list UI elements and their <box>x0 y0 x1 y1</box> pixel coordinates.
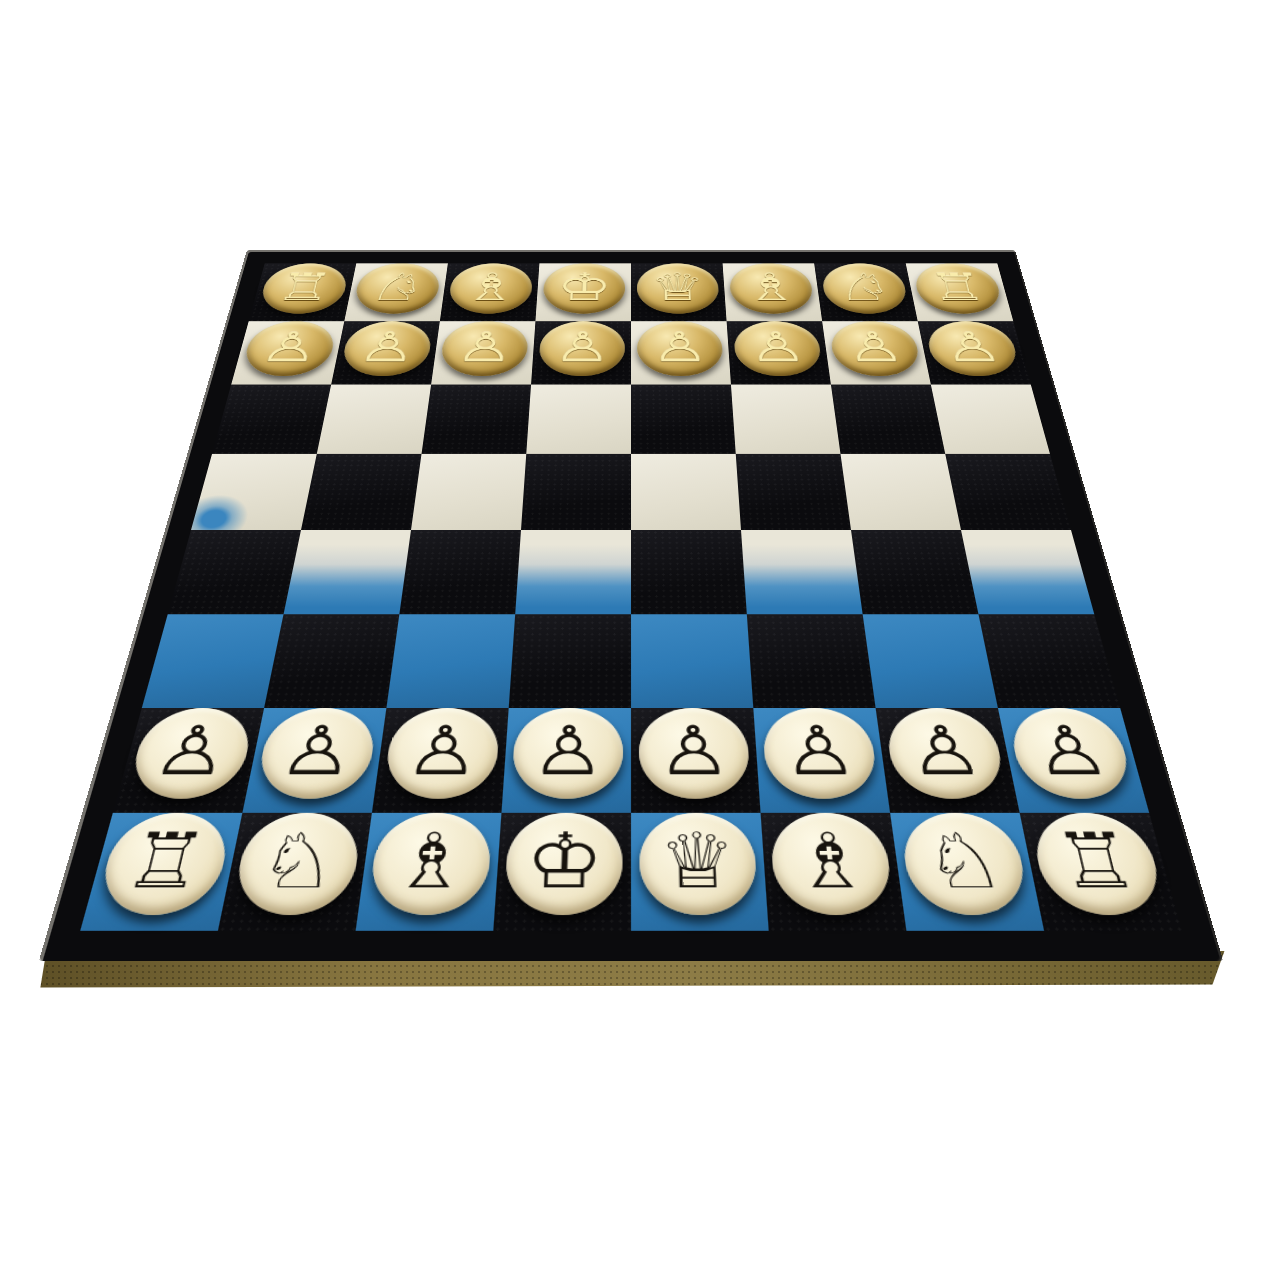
square-c1[interactable]: ♗ <box>356 813 502 931</box>
piece-gold-pawn-c7[interactable]: ♙ <box>439 321 530 376</box>
square-g3[interactable] <box>863 614 998 708</box>
piece-cream-queen-e1[interactable]: ♕ <box>639 813 759 915</box>
gold-bishop-glyph: ♗ <box>461 268 520 306</box>
gold-rook-glyph: ♖ <box>926 268 990 306</box>
square-d5[interactable] <box>521 454 631 530</box>
cream-knight-glyph: ♘ <box>252 823 343 899</box>
cream-pawn-glyph: ♙ <box>1025 717 1115 785</box>
square-d2[interactable]: ♙ <box>501 708 631 813</box>
square-h2[interactable]: ♙ <box>998 708 1149 813</box>
cream-pawn-glyph: ♙ <box>656 717 732 785</box>
cream-bishop-glyph: ♗ <box>788 823 874 899</box>
square-a8[interactable]: ♖ <box>249 263 357 321</box>
cream-pawn-glyph: ♙ <box>274 717 359 785</box>
square-h5[interactable] <box>945 454 1071 530</box>
square-f3[interactable] <box>747 614 876 708</box>
piece-cream-pawn-h2[interactable]: ♙ <box>1006 708 1137 799</box>
square-f6[interactable] <box>731 385 841 454</box>
piece-gold-pawn-h7[interactable]: ♙ <box>924 321 1022 376</box>
cream-bishop-glyph: ♗ <box>388 823 474 899</box>
square-a6[interactable] <box>212 385 331 454</box>
square-e7[interactable]: ♙ <box>631 321 731 384</box>
square-g5[interactable] <box>840 454 961 530</box>
board-scene: ♖♘♗♔♕♗♘♖♙♙♙♙♙♙♙♙♙♙♙♙♙♙♙♙♖♘♗♔♕♗♘♖ <box>165 64 1097 996</box>
square-h8[interactable]: ♖ <box>906 263 1014 321</box>
square-f8[interactable]: ♗ <box>723 263 823 321</box>
piece-cream-king-d1[interactable]: ♔ <box>503 813 623 915</box>
square-b8[interactable]: ♘ <box>344 263 448 321</box>
gold-pawn-glyph: ♙ <box>454 327 515 368</box>
square-h7[interactable]: ♙ <box>918 321 1031 384</box>
square-a3[interactable] <box>142 614 284 708</box>
piece-cream-pawn-g2[interactable]: ♙ <box>883 708 1008 799</box>
gold-pawn-glyph: ♙ <box>939 327 1006 368</box>
square-e6[interactable] <box>631 385 736 454</box>
square-d6[interactable] <box>526 385 631 454</box>
piece-gold-pawn-e7[interactable]: ♙ <box>637 321 724 376</box>
square-f4[interactable] <box>741 530 863 614</box>
square-h4[interactable] <box>961 530 1094 614</box>
cream-rook-glyph: ♖ <box>117 823 213 899</box>
square-f7[interactable]: ♙ <box>727 321 831 384</box>
piece-cream-rook-h1[interactable]: ♖ <box>1028 813 1169 915</box>
square-c7[interactable]: ♙ <box>431 321 535 384</box>
square-b7[interactable]: ♙ <box>331 321 440 384</box>
square-e3[interactable] <box>631 614 753 708</box>
piece-gold-pawn-d7[interactable]: ♙ <box>538 321 625 376</box>
cream-queen-glyph: ♕ <box>658 823 739 899</box>
chess-board: ♖♘♗♔♕♗♘♖♙♙♙♙♙♙♙♙♙♙♙♙♙♙♙♙♖♘♗♔♕♗♘♖ <box>39 250 1223 961</box>
square-g2[interactable]: ♙ <box>876 708 1020 813</box>
gold-king-glyph: ♔ <box>556 268 612 306</box>
piece-cream-pawn-c2[interactable]: ♙ <box>382 708 501 799</box>
gold-knight-glyph: ♘ <box>367 268 428 306</box>
gold-pawn-glyph: ♙ <box>843 327 907 368</box>
cream-king-glyph: ♔ <box>523 823 604 899</box>
cream-pawn-glyph: ♙ <box>530 717 606 785</box>
square-b1[interactable]: ♘ <box>218 813 372 931</box>
cream-pawn-glyph: ♙ <box>147 717 237 785</box>
piece-gold-knight-g8[interactable]: ♘ <box>820 263 910 313</box>
square-a5[interactable] <box>191 454 317 530</box>
piece-gold-queen-e8[interactable]: ♕ <box>637 263 720 313</box>
cream-pawn-glyph: ♙ <box>779 717 860 785</box>
square-b2[interactable]: ♙ <box>242 708 386 813</box>
piece-gold-pawn-b7[interactable]: ♙ <box>339 321 434 376</box>
cream-knight-glyph: ♘ <box>918 823 1009 899</box>
square-d1[interactable]: ♔ <box>493 813 631 931</box>
square-b4[interactable] <box>284 530 411 614</box>
square-d8[interactable]: ♔ <box>535 263 631 321</box>
square-f5[interactable] <box>736 454 851 530</box>
piece-cream-pawn-a2[interactable]: ♙ <box>125 708 256 799</box>
piece-cream-rook-a1[interactable]: ♖ <box>93 813 234 915</box>
square-d7[interactable]: ♙ <box>531 321 631 384</box>
square-c4[interactable] <box>399 530 521 614</box>
square-g1[interactable]: ♘ <box>890 813 1044 931</box>
square-g7[interactable]: ♙ <box>822 321 931 384</box>
piece-gold-king-d8[interactable]: ♔ <box>542 263 625 313</box>
piece-gold-knight-b8[interactable]: ♘ <box>352 263 442 313</box>
square-h6[interactable] <box>931 385 1050 454</box>
square-c6[interactable] <box>422 385 532 454</box>
square-a4[interactable] <box>168 530 301 614</box>
square-a7[interactable]: ♙ <box>231 321 344 384</box>
square-c2[interactable]: ♙ <box>372 708 509 813</box>
square-b6[interactable] <box>317 385 431 454</box>
square-e2[interactable]: ♙ <box>631 708 761 813</box>
square-c5[interactable] <box>411 454 526 530</box>
piece-cream-bishop-f1[interactable]: ♗ <box>769 813 896 915</box>
piece-cream-bishop-c1[interactable]: ♗ <box>366 813 493 915</box>
cream-pawn-glyph: ♙ <box>902 717 987 785</box>
square-g6[interactable] <box>831 385 945 454</box>
square-e5[interactable] <box>631 454 741 530</box>
piece-cream-knight-b1[interactable]: ♘ <box>230 813 364 915</box>
cream-rook-glyph: ♖ <box>1049 823 1145 899</box>
piece-cream-knight-g1[interactable]: ♘ <box>898 813 1032 915</box>
square-e8[interactable]: ♕ <box>631 263 727 321</box>
gold-rook-glyph: ♖ <box>272 268 336 306</box>
piece-cream-pawn-f2[interactable]: ♙ <box>761 708 880 799</box>
gold-queen-glyph: ♕ <box>650 268 706 306</box>
square-g4[interactable] <box>851 530 978 614</box>
gold-bishop-glyph: ♗ <box>742 268 801 306</box>
piece-gold-pawn-a7[interactable]: ♙ <box>240 321 338 376</box>
gold-knight-glyph: ♘ <box>834 268 895 306</box>
piece-gold-rook-h8[interactable]: ♖ <box>912 263 1006 313</box>
gold-pawn-glyph: ♙ <box>553 327 612 368</box>
gold-pawn-glyph: ♙ <box>355 327 419 368</box>
square-d3[interactable] <box>509 614 631 708</box>
square-c8[interactable]: ♗ <box>440 263 540 321</box>
square-f2[interactable]: ♙ <box>753 708 890 813</box>
square-g8[interactable]: ♘ <box>814 263 918 321</box>
gold-pawn-glyph: ♙ <box>651 327 710 368</box>
cream-pawn-glyph: ♙ <box>402 717 483 785</box>
square-c3[interactable] <box>386 614 515 708</box>
piece-gold-pawn-g7[interactable]: ♙ <box>828 321 923 376</box>
square-b3[interactable] <box>264 614 399 708</box>
square-a2[interactable]: ♙ <box>113 708 264 813</box>
square-h1[interactable]: ♖ <box>1020 813 1182 931</box>
square-e4[interactable] <box>631 530 747 614</box>
piece-gold-bishop-f8[interactable]: ♗ <box>728 263 815 313</box>
square-b5[interactable] <box>301 454 422 530</box>
square-e1[interactable]: ♕ <box>631 813 769 931</box>
square-a1[interactable]: ♖ <box>80 813 242 931</box>
piece-gold-bishop-c8[interactable]: ♗ <box>447 263 534 313</box>
gold-pawn-glyph: ♙ <box>747 327 808 368</box>
piece-cream-pawn-b2[interactable]: ♙ <box>253 708 378 799</box>
piece-gold-pawn-f7[interactable]: ♙ <box>733 321 824 376</box>
square-h3[interactable] <box>978 614 1120 708</box>
piece-gold-rook-a8[interactable]: ♖ <box>257 263 351 313</box>
board-squares-grid: ♖♘♗♔♕♗♘♖♙♙♙♙♙♙♙♙♙♙♙♙♙♙♙♙♖♘♗♔♕♗♘♖ <box>80 263 1182 930</box>
piece-cream-pawn-d2[interactable]: ♙ <box>511 708 624 799</box>
square-f1[interactable]: ♗ <box>761 813 907 931</box>
piece-cream-pawn-e2[interactable]: ♙ <box>639 708 752 799</box>
gold-pawn-glyph: ♙ <box>256 327 323 368</box>
square-d4[interactable] <box>515 530 631 614</box>
